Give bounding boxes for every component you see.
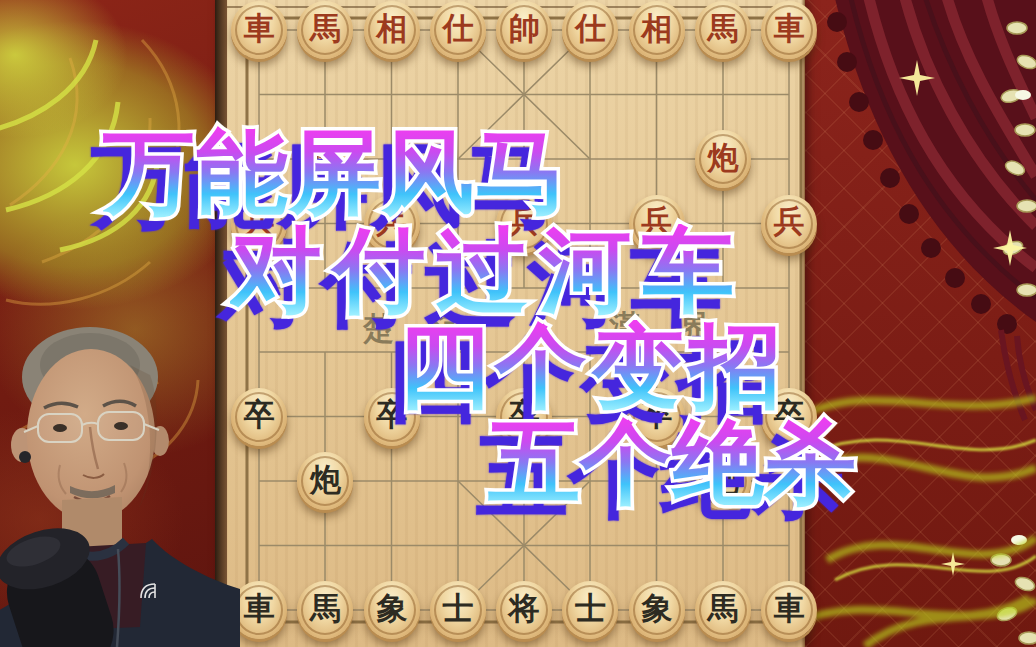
- piece-character: 士: [442, 593, 473, 624]
- piece-character: 馬: [310, 13, 341, 44]
- piece-black-chariot[interactable]: 車: [761, 581, 817, 639]
- piece-character: 車: [244, 593, 275, 624]
- piece-red-advisor[interactable]: 仕: [562, 1, 618, 59]
- background-right-curtain: [805, 0, 1036, 647]
- caption-text-fg: 四个变招: [398, 320, 786, 412]
- piece-black-advisor[interactable]: 士: [430, 581, 486, 639]
- piece-red-advisor[interactable]: 仕: [430, 1, 486, 59]
- caption-text-fg: 万能屏风马: [103, 126, 568, 218]
- piece-character: 車: [774, 13, 805, 44]
- piece-character: 帥: [509, 13, 540, 44]
- piece-character: 象: [641, 593, 672, 624]
- piece-character: 士: [575, 593, 606, 624]
- piece-black-general[interactable]: 将: [496, 581, 552, 639]
- piece-character: 兵: [774, 206, 805, 237]
- piece-character: 車: [244, 13, 275, 44]
- piece-character: 相: [641, 13, 672, 44]
- piece-character: 車: [774, 593, 805, 624]
- eye: [53, 424, 67, 432]
- piece-red-chariot[interactable]: 車: [231, 1, 287, 59]
- piece-character: 馬: [707, 593, 738, 624]
- piece-red-elephant[interactable]: 相: [629, 1, 685, 59]
- caption-text-fg: 对付过河车: [230, 224, 745, 316]
- piece-character: 仕: [442, 13, 473, 44]
- piece-red-soldier[interactable]: 兵: [761, 195, 817, 253]
- piece-black-cannon[interactable]: 炮: [297, 452, 353, 510]
- piece-red-horse[interactable]: 馬: [297, 1, 353, 59]
- curtain-coins-flames-decoration: [805, 0, 1036, 647]
- earbud: [19, 451, 31, 463]
- piece-character: 馬: [310, 593, 341, 624]
- piece-character: 卒: [244, 399, 275, 430]
- piece-red-cannon[interactable]: 炮: [695, 130, 751, 188]
- piece-black-elephant[interactable]: 象: [364, 581, 420, 639]
- eye: [114, 422, 128, 430]
- piece-character: 象: [376, 593, 407, 624]
- piece-character: 炮: [310, 464, 341, 495]
- piece-character: 相: [376, 13, 407, 44]
- piece-black-advisor[interactable]: 士: [562, 581, 618, 639]
- caption-text-fg: 五个绝杀: [488, 416, 856, 508]
- piece-character: 馬: [707, 13, 738, 44]
- piece-character: 仕: [575, 13, 606, 44]
- piece-red-horse[interactable]: 馬: [695, 1, 751, 59]
- piece-character: 炮: [707, 142, 738, 173]
- piece-red-elephant[interactable]: 相: [364, 1, 420, 59]
- piece-red-general[interactable]: 帥: [496, 1, 552, 59]
- presenter-webcam: [0, 295, 240, 647]
- piece-black-elephant[interactable]: 象: [629, 581, 685, 639]
- video-thumbnail: { "game": "xiangqi", "video_overlay": { …: [0, 0, 1036, 647]
- piece-black-horse[interactable]: 馬: [695, 581, 751, 639]
- piece-black-horse[interactable]: 馬: [297, 581, 353, 639]
- piece-character: 将: [509, 593, 540, 624]
- piece-red-chariot[interactable]: 車: [761, 1, 817, 59]
